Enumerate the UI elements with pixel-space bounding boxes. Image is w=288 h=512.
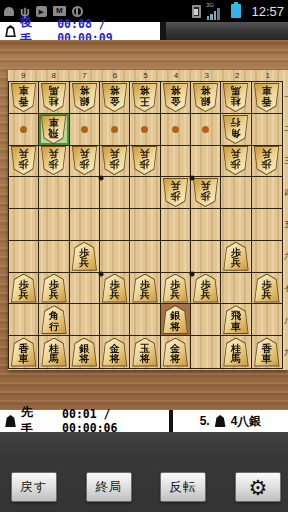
device-icon [192, 5, 201, 18]
piece-face: 金将 [163, 339, 188, 366]
square-7-1[interactable]: 銀将 [70, 82, 100, 114]
piece-face: 桂馬 [41, 339, 66, 366]
square-7-5[interactable] [70, 209, 100, 241]
square-1-2[interactable] [252, 114, 282, 146]
file-labels: 987654321 [8, 70, 283, 81]
rank-label-3: 三 [284, 145, 288, 177]
shogi-piece-sente: 歩兵 [71, 242, 98, 271]
square-3-2[interactable] [191, 114, 221, 146]
square-6-8[interactable] [100, 304, 130, 336]
piece-face: 桂馬 [223, 84, 248, 111]
board-background: 987654321 一二三四五六七八九 香車桂馬銀将金将王将金将銀将桂馬香車飛車… [0, 40, 288, 410]
square-5-5[interactable] [130, 209, 160, 241]
sente-clock-panel: 先手 00:01 / 00:00:06 [0, 410, 169, 432]
piece-face: 飛車 [223, 306, 248, 333]
square-5-3[interactable]: 歩兵 [130, 146, 160, 178]
square-5-2[interactable] [130, 114, 160, 146]
shogi-piece-sente: 銀将 [162, 305, 189, 334]
piece-face: 銀将 [72, 84, 97, 111]
piece-face: 歩兵 [41, 275, 66, 302]
square-1-6[interactable] [252, 241, 282, 273]
star-point [190, 272, 195, 277]
rank-label-2: 二 [284, 113, 288, 145]
piece-face: 歩兵 [163, 179, 188, 206]
file-label-3: 3 [191, 70, 222, 81]
square-8-6[interactable] [39, 241, 69, 273]
end-game-button[interactable]: 終局 [86, 472, 132, 502]
square-3-7[interactable]: 歩兵 [191, 273, 221, 305]
info-icon [72, 6, 83, 17]
piece-face: 歩兵 [72, 147, 97, 174]
shogi-piece-gote: 王将 [131, 83, 158, 112]
square-7-3[interactable]: 歩兵 [70, 146, 100, 178]
shogi-piece-gote: 飛車 [40, 115, 67, 144]
square-2-3[interactable]: 歩兵 [221, 146, 251, 178]
android-debug-icon [4, 7, 14, 16]
piece-face: 歩兵 [11, 275, 36, 302]
legal-move-dot [81, 126, 88, 133]
last-move-display: 5. 4八銀 [173, 410, 288, 432]
piece-face: 歩兵 [102, 275, 127, 302]
square-9-8[interactable] [9, 304, 39, 336]
piece-face: 香車 [11, 84, 36, 111]
rank-label-7: 七 [284, 273, 288, 305]
gote-piece-icon [5, 25, 16, 37]
piece-face: 歩兵 [163, 275, 188, 302]
square-4-5[interactable] [161, 209, 191, 241]
piece-face: 香車 [254, 339, 279, 366]
shogi-piece-sente: 角行 [40, 305, 67, 334]
file-label-1: 1 [253, 70, 284, 81]
shogi-piece-gote: 金将 [101, 83, 128, 112]
shogi-piece-gote: 歩兵 [222, 146, 249, 175]
status-clock: 12:57 [251, 4, 284, 19]
network-type-label: 3G [206, 2, 214, 8]
shogi-piece-gote: 歩兵 [71, 146, 98, 175]
piece-face: 歩兵 [41, 147, 66, 174]
legal-move-dot [172, 126, 179, 133]
piece-face: 歩兵 [193, 179, 218, 206]
square-6-4[interactable] [100, 177, 130, 209]
square-6-6[interactable] [100, 241, 130, 273]
square-8-2[interactable]: 飛車 [39, 114, 69, 146]
square-5-6[interactable] [130, 241, 160, 273]
square-9-1[interactable]: 香車 [9, 82, 39, 114]
shogi-piece-sente: 桂馬 [222, 338, 249, 367]
square-6-1[interactable]: 金将 [100, 82, 130, 114]
mail-icon: M [53, 6, 66, 16]
shogi-piece-sente: 金将 [162, 338, 189, 367]
piece-face: 角行 [223, 116, 248, 143]
square-8-9[interactable]: 桂馬 [39, 336, 69, 368]
file-label-8: 8 [39, 70, 70, 81]
square-2-1[interactable]: 桂馬 [221, 82, 251, 114]
shogi-piece-sente: 歩兵 [162, 274, 189, 303]
piece-face: 金将 [102, 339, 127, 366]
square-2-9[interactable]: 桂馬 [221, 336, 251, 368]
shogi-piece-gote: 歩兵 [40, 146, 67, 175]
shogi-piece-gote: 香車 [253, 83, 280, 112]
piece-face: 歩兵 [102, 147, 127, 174]
square-9-7[interactable]: 歩兵 [9, 273, 39, 305]
square-9-9[interactable]: 香車 [9, 336, 39, 368]
shogi-piece-sente: 飛車 [222, 305, 249, 334]
piece-face: 王将 [132, 84, 157, 111]
square-4-9[interactable]: 金将 [161, 336, 191, 368]
square-5-9[interactable]: 玉将 [130, 336, 160, 368]
square-3-3[interactable] [191, 146, 221, 178]
square-4-8[interactable]: 銀将 [161, 304, 191, 336]
square-4-7[interactable]: 歩兵 [161, 273, 191, 305]
piece-face: 歩兵 [223, 147, 248, 174]
square-8-8[interactable]: 角行 [39, 304, 69, 336]
piece-face: 角行 [41, 306, 66, 333]
legal-move-dot [111, 126, 118, 133]
file-label-2: 2 [222, 70, 253, 81]
shogi-piece-gote: 歩兵 [131, 146, 158, 175]
shogi-piece-gote: 香車 [10, 83, 37, 112]
square-8-7[interactable]: 歩兵 [39, 273, 69, 305]
sente-info-bar: 先手 00:01 / 00:00:06 5. 4八銀 [0, 410, 288, 432]
shogi-piece-sente: 銀将 [71, 338, 98, 367]
piece-face: 香車 [254, 84, 279, 111]
piece-face: 銀将 [163, 306, 188, 333]
shogi-piece-sente: 歩兵 [192, 274, 219, 303]
gote-clock-panel: 後手 00:08 / 00:00:09 [0, 22, 160, 40]
square-9-2[interactable] [9, 114, 39, 146]
gote-info-bar: 後手 00:08 / 00:00:09 [0, 22, 288, 40]
legal-move-dot [202, 126, 209, 133]
shogi-piece-sente: 歩兵 [222, 242, 249, 271]
piece-face: 飛車 [41, 116, 66, 143]
shogi-app-screen: ψ ▶ M 3G 12:57 後手 00:08 / 00:00:09 98765… [0, 0, 288, 512]
square-9-6[interactable] [9, 241, 39, 273]
piece-face: 歩兵 [132, 275, 157, 302]
file-label-7: 7 [69, 70, 100, 81]
square-6-2[interactable] [100, 114, 130, 146]
move-side-icon [215, 415, 226, 427]
square-1-9[interactable]: 香車 [252, 336, 282, 368]
shogi-piece-gote: 歩兵 [192, 178, 219, 207]
piece-face: 桂馬 [41, 84, 66, 111]
square-9-5[interactable] [9, 209, 39, 241]
shogi-piece-gote: 歩兵 [162, 178, 189, 207]
piece-face: 歩兵 [254, 275, 279, 302]
piece-face: 玉将 [132, 339, 157, 366]
shogi-piece-sente: 歩兵 [101, 274, 128, 303]
square-5-8[interactable] [130, 304, 160, 336]
square-2-7[interactable] [221, 273, 251, 305]
sente-piece-icon [5, 415, 16, 427]
shogi-piece-sente: 香車 [253, 338, 280, 367]
shogi-piece-gote: 金将 [162, 83, 189, 112]
file-label-9: 9 [8, 70, 39, 81]
square-5-4[interactable] [130, 177, 160, 209]
square-6-3[interactable]: 歩兵 [100, 146, 130, 178]
piece-face: 歩兵 [223, 243, 248, 270]
square-7-4[interactable] [70, 177, 100, 209]
square-8-1[interactable]: 桂馬 [39, 82, 69, 114]
sente-time: 00:01 / 00:00:06 [62, 407, 164, 435]
square-2-8[interactable]: 飛車 [221, 304, 251, 336]
square-7-2[interactable] [70, 114, 100, 146]
piece-face: 歩兵 [72, 243, 97, 270]
shogi-piece-gote: 歩兵 [10, 146, 37, 175]
board-grid[interactable]: 香車桂馬銀将金将王将金将銀将桂馬香車飛車角行歩兵歩兵歩兵歩兵歩兵歩兵歩兵歩兵歩兵… [8, 81, 283, 369]
shogi-piece-gote: 歩兵 [253, 146, 280, 175]
star-point [98, 272, 103, 277]
square-1-5[interactable] [252, 209, 282, 241]
square-3-4[interactable]: 歩兵 [191, 177, 221, 209]
square-3-8[interactable] [191, 304, 221, 336]
shogi-piece-sente: 桂馬 [40, 338, 67, 367]
piece-face: 歩兵 [254, 147, 279, 174]
control-panel: 戻す 終局 反転 ⚙ [0, 432, 288, 512]
square-4-4[interactable]: 歩兵 [161, 177, 191, 209]
square-7-7[interactable] [70, 273, 100, 305]
square-9-4[interactable] [9, 177, 39, 209]
square-1-7[interactable]: 歩兵 [252, 273, 282, 305]
status-system-icons: 3G 12:57 [192, 2, 284, 20]
rank-label-9: 九 [284, 337, 288, 369]
gote-move-panel [166, 22, 288, 40]
file-label-6: 6 [100, 70, 131, 81]
rank-label-1: 一 [284, 81, 288, 113]
legal-move-dot [20, 126, 27, 133]
shogi-piece-gote: 桂馬 [40, 83, 67, 112]
square-8-3[interactable]: 歩兵 [39, 146, 69, 178]
square-5-1[interactable]: 王将 [130, 82, 160, 114]
square-1-1[interactable]: 香車 [252, 82, 282, 114]
shogi-piece-gote: 桂馬 [222, 83, 249, 112]
square-3-1[interactable]: 銀将 [191, 82, 221, 114]
piece-face: 銀将 [193, 84, 218, 111]
square-6-5[interactable] [100, 209, 130, 241]
rank-label-6: 六 [284, 241, 288, 273]
square-6-7[interactable]: 歩兵 [100, 273, 130, 305]
shogi-piece-gote: 銀将 [192, 83, 219, 112]
piece-face: 金将 [163, 84, 188, 111]
square-8-4[interactable] [39, 177, 69, 209]
rank-label-4: 四 [284, 177, 288, 209]
square-2-2[interactable]: 角行 [221, 114, 251, 146]
piece-face: 歩兵 [11, 147, 36, 174]
piece-face: 銀将 [72, 339, 97, 366]
shogi-piece-sente: 歩兵 [40, 274, 67, 303]
legal-move-dot [141, 126, 148, 133]
square-7-8[interactable] [70, 304, 100, 336]
settings-button[interactable]: ⚙ [235, 472, 281, 502]
rank-label-8: 八 [284, 305, 288, 337]
mail-letter: M [56, 7, 63, 15]
signal-strength-icon: 3G [207, 2, 224, 20]
square-3-5[interactable] [191, 209, 221, 241]
shogi-piece-gote: 角行 [222, 115, 249, 144]
square-3-9[interactable] [191, 336, 221, 368]
shogi-board[interactable]: 987654321 一二三四五六七八九 香車桂馬銀将金将王将金将銀将桂馬香車飛車… [8, 70, 288, 370]
flip-board-button[interactable]: 反転 [160, 472, 206, 502]
piece-face: 香車 [11, 339, 36, 366]
square-6-9[interactable]: 金将 [100, 336, 130, 368]
undo-button[interactable]: 戻す [11, 472, 57, 502]
move-text: 4八銀 [231, 413, 262, 430]
square-4-6[interactable] [161, 241, 191, 273]
rank-label-5: 五 [284, 209, 288, 241]
shogi-piece-sente: 歩兵 [131, 274, 158, 303]
square-3-6[interactable] [191, 241, 221, 273]
square-7-6[interactable]: 歩兵 [70, 241, 100, 273]
square-8-5[interactable] [39, 209, 69, 241]
shogi-piece-gote: 歩兵 [101, 146, 128, 175]
battery-icon [231, 4, 241, 18]
square-1-3[interactable]: 歩兵 [252, 146, 282, 178]
square-4-1[interactable]: 金将 [161, 82, 191, 114]
piece-face: 歩兵 [132, 147, 157, 174]
shogi-piece-sente: 歩兵 [253, 274, 280, 303]
piece-face: 金将 [102, 84, 127, 111]
file-label-4: 4 [161, 70, 192, 81]
rank-labels: 一二三四五六七八九 [284, 81, 288, 369]
shogi-piece-sente: 金将 [101, 338, 128, 367]
square-7-9[interactable]: 銀将 [70, 336, 100, 368]
piece-face: 歩兵 [193, 275, 218, 302]
square-1-4[interactable] [252, 177, 282, 209]
square-4-2[interactable] [161, 114, 191, 146]
shogi-piece-sente: 香車 [10, 338, 37, 367]
piece-face: 桂馬 [223, 339, 248, 366]
star-point [98, 176, 103, 181]
shogi-piece-gote: 銀将 [71, 83, 98, 112]
gear-icon: ⚙ [249, 477, 268, 498]
shogi-piece-sente: 歩兵 [10, 274, 37, 303]
square-2-5[interactable] [221, 209, 251, 241]
square-2-4[interactable] [221, 177, 251, 209]
square-4-3[interactable] [161, 146, 191, 178]
square-5-7[interactable]: 歩兵 [130, 273, 160, 305]
file-label-5: 5 [130, 70, 161, 81]
square-9-3[interactable]: 歩兵 [9, 146, 39, 178]
shogi-piece-sente: 玉将 [131, 338, 158, 367]
square-1-8[interactable] [252, 304, 282, 336]
star-point [190, 176, 195, 181]
square-2-6[interactable]: 歩兵 [221, 241, 251, 273]
move-number: 5. [200, 414, 210, 428]
